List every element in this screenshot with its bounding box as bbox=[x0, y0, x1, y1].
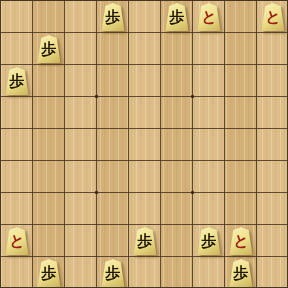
shogi-piece-pawn[interactable]: 歩 bbox=[97, 257, 129, 288]
shogi-piece-pawn[interactable]: 歩 bbox=[129, 225, 161, 257]
piece-kanji: 歩 bbox=[138, 234, 153, 249]
piece-kanji: と bbox=[233, 234, 248, 249]
piece-kanji: 歩 bbox=[106, 10, 121, 25]
koma-tile: と bbox=[229, 227, 254, 255]
shogi-piece-tokin[interactable]: と bbox=[1, 225, 33, 257]
shogi-piece-pawn[interactable]: 歩 bbox=[161, 1, 193, 33]
koma-tile: と bbox=[261, 3, 286, 31]
piece-kanji: と bbox=[265, 10, 280, 25]
shogi-piece-pawn[interactable]: 歩 bbox=[1, 65, 33, 97]
piece-kanji: 歩 bbox=[170, 10, 185, 25]
shogi-piece-tokin[interactable]: と bbox=[257, 1, 288, 33]
piece-kanji: 歩 bbox=[202, 234, 217, 249]
shogi-piece-pawn[interactable]: 歩 bbox=[33, 257, 65, 288]
shogi-piece-pawn[interactable]: 歩 bbox=[33, 33, 65, 65]
koma-tile: と bbox=[5, 227, 30, 255]
piece-kanji: と bbox=[9, 234, 24, 249]
koma-tile: 歩 bbox=[229, 259, 254, 287]
piece-kanji: 歩 bbox=[234, 266, 249, 281]
shogi-piece-pawn[interactable]: 歩 bbox=[193, 225, 225, 257]
koma-tile: 歩 bbox=[101, 259, 126, 287]
koma-tile: 歩 bbox=[197, 227, 222, 255]
shogi-piece-tokin[interactable]: と bbox=[225, 225, 257, 257]
koma-tile: 歩 bbox=[165, 3, 190, 31]
piece-kanji: 歩 bbox=[42, 266, 57, 281]
piece-layer: 歩歩とと歩歩と歩歩と歩歩歩 bbox=[1, 1, 288, 288]
piece-kanji: 歩 bbox=[42, 42, 57, 57]
piece-kanji: 歩 bbox=[10, 74, 25, 89]
shogi-piece-tokin[interactable]: と bbox=[193, 1, 225, 33]
shogi-piece-pawn[interactable]: 歩 bbox=[225, 257, 257, 288]
koma-tile: 歩 bbox=[37, 259, 62, 287]
piece-kanji: と bbox=[201, 10, 216, 25]
koma-tile: 歩 bbox=[133, 227, 158, 255]
koma-tile: と bbox=[197, 3, 222, 31]
piece-kanji: 歩 bbox=[106, 266, 121, 281]
shogi-piece-pawn[interactable]: 歩 bbox=[97, 1, 129, 33]
shogi-board: 歩歩とと歩歩と歩歩と歩歩歩 bbox=[0, 0, 288, 288]
koma-tile: 歩 bbox=[101, 3, 126, 31]
koma-tile: 歩 bbox=[37, 35, 62, 63]
koma-tile: 歩 bbox=[5, 67, 30, 95]
